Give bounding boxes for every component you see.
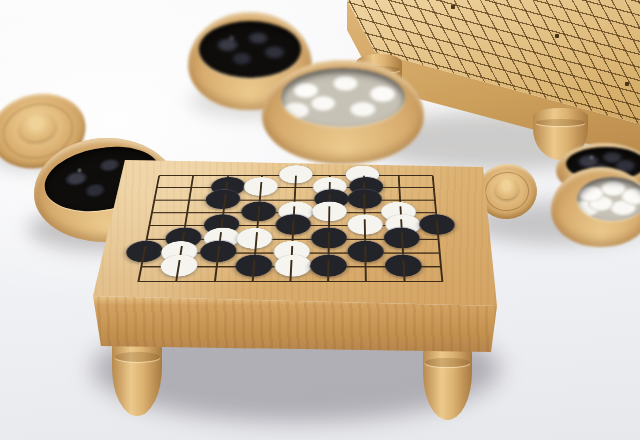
intersection-E2[interactable]: ● <box>272 260 310 274</box>
intersection-A9[interactable] <box>141 170 177 182</box>
intersection-B1[interactable] <box>156 274 196 289</box>
intersection-J8[interactable] <box>416 182 452 194</box>
intersection-H1[interactable] <box>385 274 424 289</box>
intersection-F6[interactable]: ● <box>312 206 348 219</box>
intersection-C7[interactable]: ● <box>206 194 243 207</box>
intersection-J7[interactable] <box>417 194 453 207</box>
intersection-C1[interactable] <box>194 274 234 289</box>
intersection-A5[interactable] <box>130 219 169 232</box>
intersection-F1[interactable] <box>309 274 347 289</box>
intersection-H9[interactable] <box>381 170 416 182</box>
go-bowl-white-stones-center <box>262 60 424 164</box>
intersection-F2[interactable]: ● <box>310 260 348 274</box>
intersection-B9[interactable] <box>175 170 211 182</box>
bowl-interior-white-stones <box>281 68 404 126</box>
intersection-J4[interactable] <box>420 232 458 246</box>
intersection-D2[interactable]: ● <box>234 260 273 274</box>
goban-grid: ●●●●●●●●●●●●●●●●●●●●●●●●●●●●●●●●● <box>118 170 462 289</box>
intersection-B6[interactable] <box>169 206 207 219</box>
intersection-J9[interactable] <box>415 170 450 182</box>
intersection-J1[interactable] <box>423 274 462 289</box>
intersection-D4[interactable]: ● <box>237 232 275 246</box>
intersection-G5[interactable]: ● <box>347 219 383 232</box>
intersection-A8[interactable] <box>138 182 175 194</box>
intersection-E8[interactable] <box>278 182 313 194</box>
intersection-E5[interactable]: ● <box>275 219 312 232</box>
intersection-E1[interactable] <box>271 274 310 289</box>
intersection-A1[interactable] <box>118 274 159 289</box>
go-photo-scene: ●●●●●●●●●●●●●●●●●●●●●●●●●●●●●●●●● <box>0 0 640 440</box>
intersection-D1[interactable] <box>233 274 272 289</box>
intersection-D6[interactable]: ● <box>240 206 277 219</box>
intersection-A6[interactable] <box>133 206 171 219</box>
go-bowl-white-stones-right <box>551 167 640 247</box>
intersection-D8[interactable]: ● <box>243 182 279 194</box>
intersection-H8[interactable] <box>382 182 417 194</box>
intersection-G3[interactable]: ● <box>347 246 384 260</box>
intersection-H2[interactable]: ● <box>384 260 422 274</box>
intersection-G7[interactable]: ● <box>347 194 382 207</box>
intersection-J2[interactable] <box>422 260 461 274</box>
intersection-A7[interactable] <box>136 194 173 207</box>
intersection-B2[interactable]: ● <box>159 260 199 274</box>
goban-leg-front-right <box>423 340 472 420</box>
intersection-G1[interactable] <box>347 274 385 289</box>
intersection-G2[interactable] <box>347 260 385 274</box>
intersection-F4[interactable]: ● <box>311 232 348 246</box>
intersection-A2[interactable] <box>121 260 161 274</box>
intersection-C3[interactable]: ● <box>199 246 238 260</box>
intersection-H4[interactable]: ● <box>383 232 420 246</box>
intersection-J5[interactable]: ● <box>419 219 456 232</box>
intersection-C2[interactable] <box>197 260 236 274</box>
bowl-interior-white-stones <box>577 177 640 222</box>
intersection-E9[interactable]: ● <box>278 170 313 182</box>
intersection-J3[interactable] <box>421 246 459 260</box>
